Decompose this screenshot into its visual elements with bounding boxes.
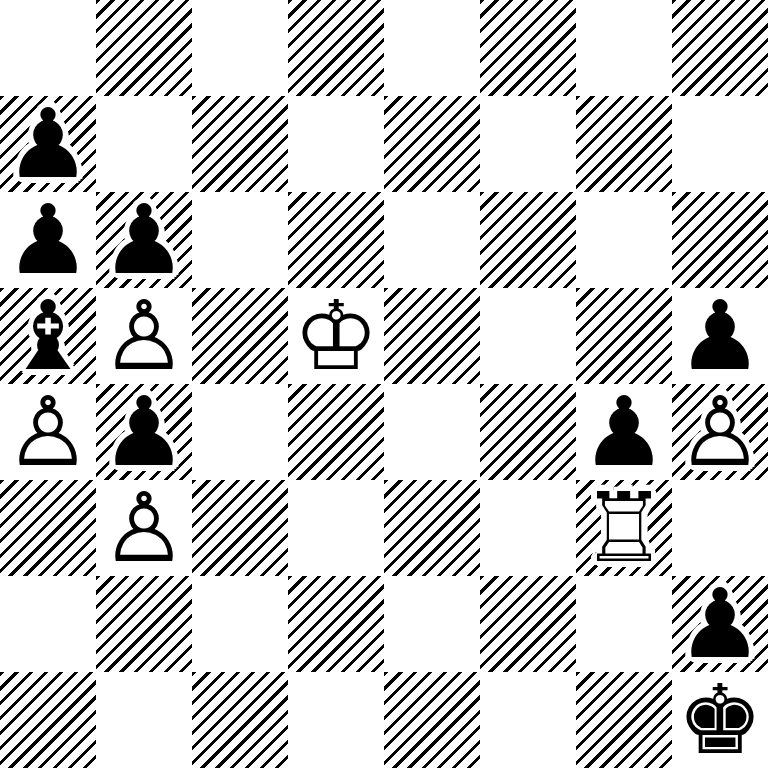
- square-g7[interactable]: [576, 96, 672, 192]
- square-a4[interactable]: ♟♙: [0, 384, 96, 480]
- black-pawn-b6[interactable]: ♟♟: [96, 192, 192, 288]
- square-b4[interactable]: ♟♟: [96, 384, 192, 480]
- chess-board: ♟♟♟♟♟♟♝♝♟♙♚♔♟♟♟♙♟♟♟♟♟♙♟♙♜♖♟♟♚♚: [0, 0, 768, 768]
- square-e1[interactable]: [384, 672, 480, 768]
- white-king-icon: ♔: [293, 288, 379, 384]
- square-f3[interactable]: [480, 480, 576, 576]
- square-e5[interactable]: [384, 288, 480, 384]
- square-h4[interactable]: ♟♙: [672, 384, 768, 480]
- square-a8[interactable]: [0, 0, 96, 96]
- square-d1[interactable]: [288, 672, 384, 768]
- square-b2[interactable]: [96, 576, 192, 672]
- square-g1[interactable]: [576, 672, 672, 768]
- black-pawn-h5[interactable]: ♟♟: [672, 288, 768, 384]
- square-h1[interactable]: ♚♚: [672, 672, 768, 768]
- square-c2[interactable]: [192, 576, 288, 672]
- white-pawn-b5[interactable]: ♟♙: [96, 288, 192, 384]
- square-c1[interactable]: [192, 672, 288, 768]
- white-pawn-h4[interactable]: ♟♙: [672, 384, 768, 480]
- square-d8[interactable]: [288, 0, 384, 96]
- square-h3[interactable]: [672, 480, 768, 576]
- square-e6[interactable]: [384, 192, 480, 288]
- black-pawn-icon: ♟: [581, 384, 667, 480]
- square-b1[interactable]: [96, 672, 192, 768]
- square-c5[interactable]: [192, 288, 288, 384]
- black-pawn-h2[interactable]: ♟♟: [672, 576, 768, 672]
- black-pawn-icon: ♟: [677, 288, 763, 384]
- square-g6[interactable]: [576, 192, 672, 288]
- square-e2[interactable]: [384, 576, 480, 672]
- black-bishop-icon: ♝: [5, 288, 91, 384]
- square-e8[interactable]: [384, 0, 480, 96]
- white-pawn-b3[interactable]: ♟♙: [96, 480, 192, 576]
- square-h2[interactable]: ♟♟: [672, 576, 768, 672]
- square-g4[interactable]: ♟♟: [576, 384, 672, 480]
- square-g5[interactable]: [576, 288, 672, 384]
- square-h5[interactable]: ♟♟: [672, 288, 768, 384]
- white-rook-icon: ♖: [581, 480, 667, 576]
- square-d5[interactable]: ♚♔: [288, 288, 384, 384]
- black-pawn-a7[interactable]: ♟♟: [0, 96, 96, 192]
- square-d2[interactable]: [288, 576, 384, 672]
- square-d3[interactable]: [288, 480, 384, 576]
- black-king-icon: ♚: [677, 672, 763, 768]
- square-c7[interactable]: [192, 96, 288, 192]
- white-rook-g3[interactable]: ♜♖: [576, 480, 672, 576]
- black-pawn-icon: ♟: [101, 384, 187, 480]
- square-b5[interactable]: ♟♙: [96, 288, 192, 384]
- square-c4[interactable]: [192, 384, 288, 480]
- square-f5[interactable]: [480, 288, 576, 384]
- square-a3[interactable]: [0, 480, 96, 576]
- square-a7[interactable]: ♟♟: [0, 96, 96, 192]
- square-a1[interactable]: [0, 672, 96, 768]
- square-b7[interactable]: [96, 96, 192, 192]
- square-e3[interactable]: [384, 480, 480, 576]
- square-c6[interactable]: [192, 192, 288, 288]
- square-f7[interactable]: [480, 96, 576, 192]
- square-b3[interactable]: ♟♙: [96, 480, 192, 576]
- square-c8[interactable]: [192, 0, 288, 96]
- black-pawn-a6[interactable]: ♟♟: [0, 192, 96, 288]
- square-g3[interactable]: ♜♖: [576, 480, 672, 576]
- square-b8[interactable]: [96, 0, 192, 96]
- square-d7[interactable]: [288, 96, 384, 192]
- white-pawn-icon: ♙: [5, 384, 91, 480]
- black-pawn-b4[interactable]: ♟♟: [96, 384, 192, 480]
- square-b6[interactable]: ♟♟: [96, 192, 192, 288]
- square-g2[interactable]: [576, 576, 672, 672]
- white-king-d5[interactable]: ♚♔: [288, 288, 384, 384]
- black-pawn-icon: ♟: [5, 192, 91, 288]
- black-king-h1[interactable]: ♚♚: [672, 672, 768, 768]
- square-a2[interactable]: [0, 576, 96, 672]
- square-f6[interactable]: [480, 192, 576, 288]
- square-f2[interactable]: [480, 576, 576, 672]
- square-d6[interactable]: [288, 192, 384, 288]
- square-a6[interactable]: ♟♟: [0, 192, 96, 288]
- white-pawn-icon: ♙: [677, 384, 763, 480]
- black-pawn-icon: ♟: [101, 192, 187, 288]
- square-h8[interactable]: [672, 0, 768, 96]
- square-f8[interactable]: [480, 0, 576, 96]
- black-pawn-icon: ♟: [677, 576, 763, 672]
- white-pawn-icon: ♙: [101, 288, 187, 384]
- square-f4[interactable]: [480, 384, 576, 480]
- white-pawn-a4[interactable]: ♟♙: [0, 384, 96, 480]
- square-e4[interactable]: [384, 384, 480, 480]
- square-d4[interactable]: [288, 384, 384, 480]
- square-h6[interactable]: [672, 192, 768, 288]
- square-e7[interactable]: [384, 96, 480, 192]
- black-bishop-a5[interactable]: ♝♝: [0, 288, 96, 384]
- white-pawn-icon: ♙: [101, 480, 187, 576]
- square-g8[interactable]: [576, 0, 672, 96]
- square-a5[interactable]: ♝♝: [0, 288, 96, 384]
- square-c3[interactable]: [192, 480, 288, 576]
- square-f1[interactable]: [480, 672, 576, 768]
- square-h7[interactable]: [672, 96, 768, 192]
- black-pawn-icon: ♟: [5, 96, 91, 192]
- black-pawn-g4[interactable]: ♟♟: [576, 384, 672, 480]
